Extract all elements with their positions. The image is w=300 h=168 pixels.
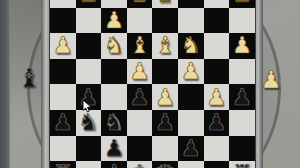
black-pawn-piece[interactable]: ♟ [206,111,227,134]
square-c4[interactable]: ♟ [178,59,204,85]
square-a7[interactable] [229,136,255,162]
square-e7[interactable] [127,136,153,162]
square-d8[interactable]: ♛ [152,161,178,168]
white-pawn-piece[interactable]: ♟ [155,86,176,109]
chess-app-window: ♜♚♛♜♟♟♞♝♝♞♟♟♟♟♟♟♟♟♟♞♞♟♟♟♟♜♝♚♛♜ ♝ ♟ [0,0,300,168]
square-g3[interactable] [76,33,102,59]
square-b7[interactable] [204,136,230,162]
black-pawn-piece[interactable]: ♟ [104,137,125,160]
square-a3[interactable]: ♟ [229,33,255,59]
square-d1[interactable]: ♛ [152,0,178,8]
square-a4[interactable] [229,59,255,85]
white-pawn-piece[interactable]: ♟ [206,86,227,109]
white-knight-piece[interactable]: ♞ [104,34,125,57]
black-pawn-piece[interactable]: ♟ [129,86,150,109]
white-queen-piece[interactable]: ♛ [155,0,176,6]
black-pawn-piece[interactable]: ♟ [155,111,176,134]
square-e2[interactable] [127,8,153,34]
square-f2[interactable]: ♟ [101,8,127,34]
square-b6[interactable]: ♟ [204,110,230,136]
square-a2[interactable] [229,8,255,34]
square-b8[interactable] [204,161,230,168]
square-a1[interactable]: ♜ [229,0,255,8]
white-rook-piece[interactable]: ♜ [232,0,253,6]
square-g8[interactable] [76,161,102,168]
square-d7[interactable] [152,136,178,162]
square-f4[interactable] [101,59,127,85]
captured-white-pawn: ♟ [258,68,284,92]
square-b5[interactable]: ♟ [204,84,230,110]
square-c7[interactable]: ♟ [178,136,204,162]
black-pawn-piece[interactable]: ♟ [78,86,99,109]
square-e8[interactable]: ♚ [127,161,153,168]
chess-board: ♜♚♛♜♟♟♞♝♝♞♟♟♟♟♟♟♟♟♟♞♞♟♟♟♟♜♝♚♛♜ [50,0,255,168]
square-g2[interactable] [76,8,102,34]
square-h3[interactable]: ♟ [50,33,76,59]
black-queen-piece[interactable]: ♛ [155,162,176,168]
square-e3[interactable]: ♝ [127,33,153,59]
square-d5[interactable]: ♟ [152,84,178,110]
square-c6[interactable] [178,110,204,136]
square-f3[interactable]: ♞ [101,33,127,59]
black-king-piece[interactable]: ♚ [129,162,150,168]
square-e1[interactable]: ♚ [127,0,153,8]
square-b3[interactable] [204,33,230,59]
black-bishop-piece[interactable]: ♝ [104,162,125,168]
square-d2[interactable] [152,8,178,34]
square-g1[interactable]: ♜ [76,0,102,8]
square-d4[interactable] [152,59,178,85]
square-h5[interactable] [50,84,76,110]
square-f8[interactable]: ♝ [101,161,127,168]
square-c5[interactable] [178,84,204,110]
square-e4[interactable]: ♟ [127,59,153,85]
square-h4[interactable] [50,59,76,85]
black-pawn-piece[interactable]: ♟ [180,137,201,160]
square-h6[interactable]: ♟ [50,110,76,136]
square-e5[interactable]: ♟ [127,84,153,110]
white-pawn-piece[interactable]: ♟ [129,60,150,83]
white-pawn-piece[interactable]: ♟ [52,34,73,57]
square-c1[interactable] [178,0,204,8]
black-pawn-piece[interactable]: ♟ [232,86,253,109]
square-f6[interactable]: ♞ [101,110,127,136]
window-left-edge [0,0,10,168]
white-bishop-piece[interactable]: ♝ [155,34,176,57]
white-pawn-piece[interactable]: ♟ [232,34,253,57]
white-knight-piece[interactable]: ♞ [180,34,201,57]
captured-black-bishop: ♝ [16,65,42,91]
square-h2[interactable] [50,8,76,34]
square-g4[interactable] [76,59,102,85]
white-rook-piece[interactable]: ♜ [78,0,99,6]
square-h1[interactable] [50,0,76,8]
square-b4[interactable] [204,59,230,85]
black-pawn-piece[interactable]: ♟ [52,111,73,134]
white-bishop-piece[interactable]: ♝ [129,34,150,57]
square-a8[interactable]: ♜ [229,161,255,168]
black-rook-piece[interactable]: ♜ [232,162,253,168]
square-d3[interactable]: ♝ [152,33,178,59]
black-rook-piece[interactable]: ♜ [52,162,73,168]
square-g5[interactable]: ♟ [76,84,102,110]
square-d6[interactable]: ♟ [152,110,178,136]
square-f5[interactable] [101,84,127,110]
white-pawn-piece[interactable]: ♟ [180,60,201,83]
square-a6[interactable] [229,110,255,136]
square-e6[interactable] [127,110,153,136]
black-knight-piece[interactable]: ♞ [104,111,125,134]
square-a5[interactable]: ♟ [229,84,255,110]
square-c8[interactable] [178,161,204,168]
square-b1[interactable] [204,0,230,8]
square-g7[interactable] [76,136,102,162]
square-c2[interactable] [178,8,204,34]
square-c3[interactable]: ♞ [178,33,204,59]
square-h8[interactable]: ♜ [50,161,76,168]
white-king-piece[interactable]: ♚ [129,0,150,6]
square-h7[interactable] [50,136,76,162]
square-f7[interactable]: ♟ [101,136,127,162]
square-b2[interactable] [204,8,230,34]
square-g6[interactable]: ♞ [76,110,102,136]
black-knight-piece[interactable]: ♞ [78,111,99,134]
white-pawn-piece[interactable]: ♟ [104,9,125,32]
